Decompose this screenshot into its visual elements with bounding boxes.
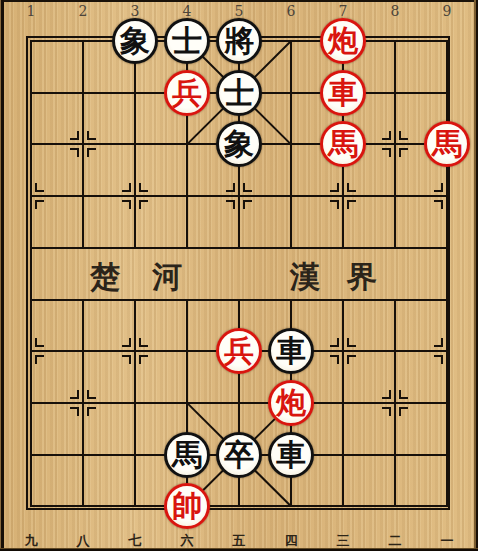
- point-marker: [70, 148, 79, 157]
- grid-line-file-9: [446, 40, 448, 507]
- river-text-jie: 界: [347, 257, 377, 298]
- point-marker: [382, 407, 391, 416]
- point-marker: [330, 355, 339, 364]
- point-marker: [399, 390, 408, 399]
- point-marker: [122, 338, 131, 347]
- point-marker: [35, 200, 44, 209]
- piece-black-advisor[interactable]: 士: [216, 70, 262, 116]
- point-marker: [382, 131, 391, 140]
- grid-line-file-2: [82, 299, 84, 508]
- point-marker: [122, 200, 131, 209]
- file-label-top-4: 4: [183, 3, 192, 19]
- piece-red-chariot[interactable]: 車: [320, 70, 366, 116]
- grid-line-file-3: [134, 40, 136, 249]
- point-marker: [139, 200, 148, 209]
- piece-red-cannon[interactable]: 炮: [320, 18, 366, 64]
- xiangqi-board[interactable]: 楚 河 漢 界 象士將炮兵士車象馬馬兵車炮馬卒車帥: [0, 0, 478, 551]
- point-marker: [382, 390, 391, 399]
- point-marker: [70, 390, 79, 399]
- xiangqi-app: 楚 河 漢 界 象士將炮兵士車象馬馬兵車炮馬卒車帥 1 2 3 4 5 6 7 …: [0, 0, 478, 551]
- grid-line-file-8: [394, 40, 396, 249]
- point-marker: [87, 148, 96, 157]
- piece-red-general[interactable]: 帥: [164, 483, 210, 529]
- point-marker: [347, 338, 356, 347]
- point-marker: [139, 338, 148, 347]
- grid-line-file-8: [394, 299, 396, 508]
- file-label-bottom-2: 二: [389, 532, 402, 550]
- point-marker: [347, 200, 356, 209]
- point-marker: [243, 183, 252, 192]
- point-marker: [35, 183, 44, 192]
- point-marker: [434, 338, 443, 347]
- point-marker: [122, 355, 131, 364]
- file-label-bottom-1: 一: [441, 532, 454, 550]
- point-marker: [226, 200, 235, 209]
- point-marker: [122, 183, 131, 192]
- point-marker: [399, 148, 408, 157]
- point-marker: [87, 407, 96, 416]
- file-label-top-3: 3: [131, 3, 140, 19]
- file-label-top-2: 2: [79, 3, 88, 19]
- grid-line-file-2: [82, 40, 84, 249]
- point-marker: [330, 183, 339, 192]
- piece-red-cannon[interactable]: 炮: [268, 380, 314, 426]
- point-marker: [434, 355, 443, 364]
- file-label-top-7: 7: [339, 3, 348, 19]
- file-label-top-9: 9: [443, 3, 452, 19]
- file-label-top-6: 6: [287, 3, 296, 19]
- file-label-bottom-3: 三: [337, 532, 350, 550]
- piece-black-chariot[interactable]: 車: [268, 432, 314, 478]
- river-text-chu: 楚: [90, 257, 120, 298]
- piece-black-advisor[interactable]: 士: [164, 18, 210, 64]
- grid-line-file-1: [30, 40, 32, 507]
- river-text-han: 漢: [290, 257, 320, 298]
- point-marker: [35, 338, 44, 347]
- file-label-bottom-7: 七: [129, 532, 142, 550]
- file-label-bottom-8: 八: [77, 532, 90, 550]
- point-marker: [347, 355, 356, 364]
- file-label-bottom-6: 六: [181, 532, 194, 550]
- point-marker: [434, 183, 443, 192]
- file-label-bottom-4: 四: [285, 532, 298, 550]
- grid-line-file-3: [134, 299, 136, 508]
- river-text-he: 河: [152, 257, 182, 298]
- point-marker: [70, 407, 79, 416]
- point-marker: [243, 200, 252, 209]
- point-marker: [382, 148, 391, 157]
- point-marker: [87, 390, 96, 399]
- piece-red-soldier[interactable]: 兵: [164, 70, 210, 116]
- file-label-top-1: 1: [27, 3, 36, 19]
- point-marker: [70, 131, 79, 140]
- point-marker: [87, 131, 96, 140]
- grid-line-file-7: [342, 299, 344, 508]
- file-label-bottom-9: 九: [25, 532, 38, 550]
- piece-black-soldier[interactable]: 卒: [216, 432, 262, 478]
- file-label-top-5: 5: [235, 3, 244, 19]
- point-marker: [139, 355, 148, 364]
- point-marker: [347, 183, 356, 192]
- piece-black-chariot[interactable]: 車: [268, 328, 314, 374]
- piece-black-elephant[interactable]: 象: [112, 18, 158, 64]
- file-label-top-8: 8: [391, 3, 400, 19]
- file-label-bottom-5: 五: [233, 532, 246, 550]
- point-marker: [35, 355, 44, 364]
- point-marker: [139, 183, 148, 192]
- point-marker: [399, 131, 408, 140]
- piece-black-horse[interactable]: 馬: [164, 432, 210, 478]
- point-marker: [399, 407, 408, 416]
- point-marker: [330, 338, 339, 347]
- point-marker: [226, 183, 235, 192]
- grid-line-file-6: [290, 40, 292, 249]
- piece-red-soldier[interactable]: 兵: [216, 328, 262, 374]
- point-marker: [330, 200, 339, 209]
- point-marker: [434, 200, 443, 209]
- piece-black-general[interactable]: 將: [216, 18, 262, 64]
